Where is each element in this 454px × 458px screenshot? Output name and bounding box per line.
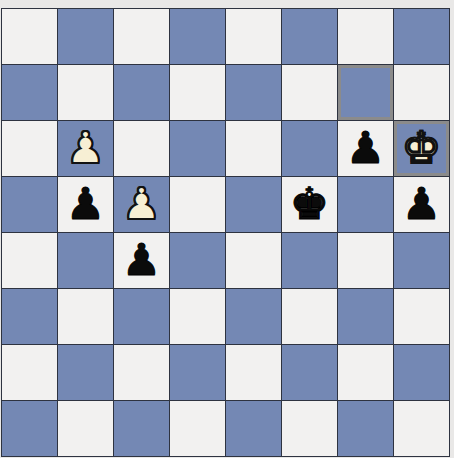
square-h5[interactable]: ♟ — [394, 177, 449, 232]
square-e5[interactable] — [226, 177, 281, 232]
square-e3[interactable] — [226, 289, 281, 344]
square-a7[interactable] — [2, 65, 57, 120]
square-f7[interactable] — [282, 65, 337, 120]
square-h7[interactable] — [394, 65, 449, 120]
square-g7[interactable] — [338, 65, 393, 120]
square-d4[interactable] — [170, 233, 225, 288]
square-h2[interactable] — [394, 345, 449, 400]
square-c2[interactable] — [114, 345, 169, 400]
square-c3[interactable] — [114, 289, 169, 344]
square-a6[interactable] — [2, 121, 57, 176]
square-g2[interactable] — [338, 345, 393, 400]
square-f3[interactable] — [282, 289, 337, 344]
square-g3[interactable] — [338, 289, 393, 344]
square-g5[interactable] — [338, 177, 393, 232]
square-d1[interactable] — [170, 401, 225, 456]
square-h3[interactable] — [394, 289, 449, 344]
square-c5[interactable]: ♟ — [114, 177, 169, 232]
square-f5[interactable]: ♚ — [282, 177, 337, 232]
square-b8[interactable] — [58, 9, 113, 64]
square-e7[interactable] — [226, 65, 281, 120]
square-b7[interactable] — [58, 65, 113, 120]
black-pawn-piece[interactable]: ♟ — [346, 126, 385, 170]
white-pawn-piece[interactable]: ♟ — [66, 126, 105, 170]
square-b3[interactable] — [58, 289, 113, 344]
square-b5[interactable]: ♟ — [58, 177, 113, 232]
square-f1[interactable] — [282, 401, 337, 456]
board-margin: ♟♟♚♟♟♚♟♟ — [0, 0, 454, 457]
square-a3[interactable] — [2, 289, 57, 344]
square-d8[interactable] — [170, 9, 225, 64]
square-g8[interactable] — [338, 9, 393, 64]
square-b4[interactable] — [58, 233, 113, 288]
square-c7[interactable] — [114, 65, 169, 120]
square-a8[interactable] — [2, 9, 57, 64]
square-e1[interactable] — [226, 401, 281, 456]
square-f6[interactable] — [282, 121, 337, 176]
white-pawn-piece[interactable]: ♟ — [122, 182, 161, 226]
square-d7[interactable] — [170, 65, 225, 120]
square-h4[interactable] — [394, 233, 449, 288]
square-d2[interactable] — [170, 345, 225, 400]
square-b6[interactable]: ♟ — [58, 121, 113, 176]
square-c4[interactable]: ♟ — [114, 233, 169, 288]
square-f8[interactable] — [282, 9, 337, 64]
square-e4[interactable] — [226, 233, 281, 288]
square-a4[interactable] — [2, 233, 57, 288]
chess-board: ♟♟♚♟♟♚♟♟ — [1, 8, 450, 457]
black-pawn-piece[interactable]: ♟ — [122, 238, 161, 282]
square-c6[interactable] — [114, 121, 169, 176]
square-e2[interactable] — [226, 345, 281, 400]
square-d5[interactable] — [170, 177, 225, 232]
square-e6[interactable] — [226, 121, 281, 176]
square-g6[interactable]: ♟ — [338, 121, 393, 176]
square-f4[interactable] — [282, 233, 337, 288]
square-a2[interactable] — [2, 345, 57, 400]
square-a5[interactable] — [2, 177, 57, 232]
black-pawn-piece[interactable]: ♟ — [402, 182, 441, 226]
square-g1[interactable] — [338, 401, 393, 456]
square-d6[interactable] — [170, 121, 225, 176]
black-pawn-piece[interactable]: ♟ — [66, 182, 105, 226]
square-a1[interactable] — [2, 401, 57, 456]
square-c8[interactable] — [114, 9, 169, 64]
white-king-piece[interactable]: ♚ — [402, 126, 441, 170]
square-g4[interactable] — [338, 233, 393, 288]
square-e8[interactable] — [226, 9, 281, 64]
square-d3[interactable] — [170, 289, 225, 344]
square-f2[interactable] — [282, 345, 337, 400]
black-king-piece[interactable]: ♚ — [290, 182, 329, 226]
square-h8[interactable] — [394, 9, 449, 64]
square-h1[interactable] — [394, 401, 449, 456]
square-b1[interactable] — [58, 401, 113, 456]
square-b2[interactable] — [58, 345, 113, 400]
square-h6[interactable]: ♚ — [394, 121, 449, 176]
square-c1[interactable] — [114, 401, 169, 456]
